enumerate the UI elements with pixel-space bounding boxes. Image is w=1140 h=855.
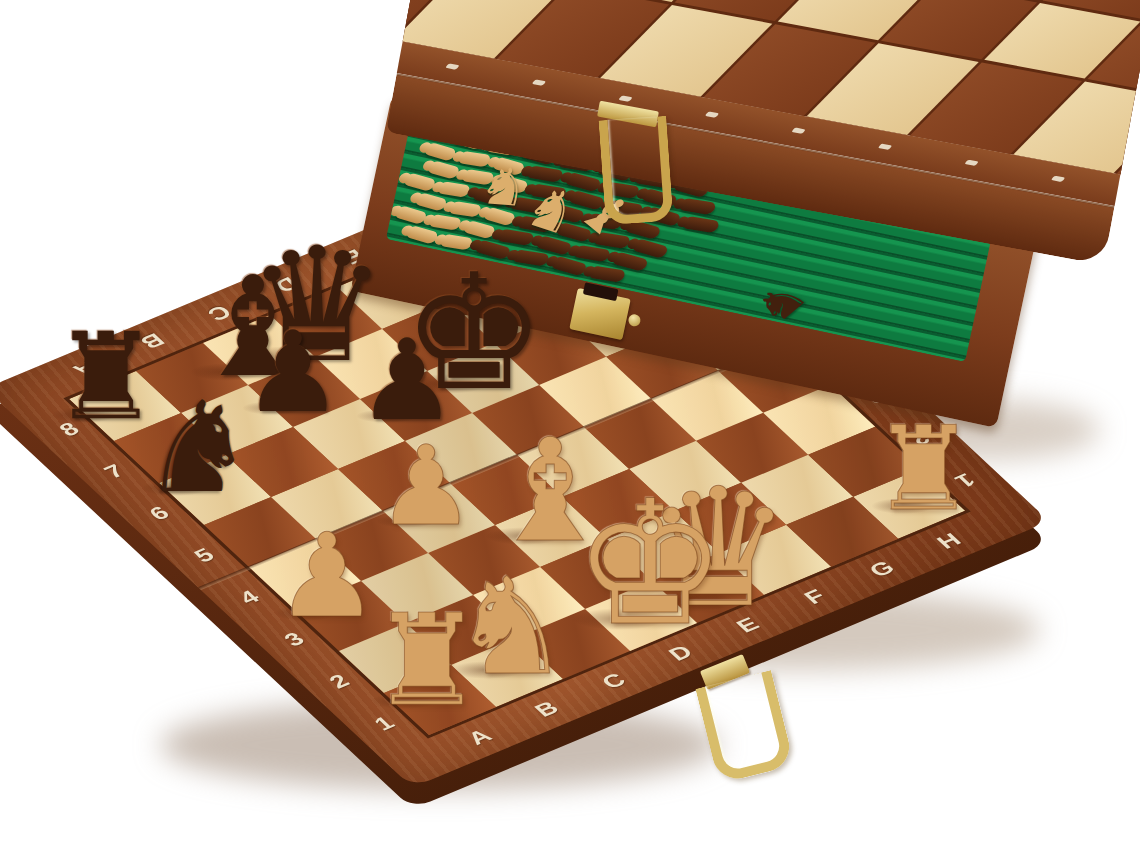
piece-light-rook-a1: ♜ <box>371 598 484 724</box>
piece-light-king-d1: ♚ <box>573 478 727 650</box>
piece-light-pawn-a3: ♟ <box>275 518 379 634</box>
piece-light-pawn-c4: ♟ <box>377 431 476 541</box>
pieces-layer: ♛♝♚♟♜♟♞♜♟♝♛♟♚♞♜ <box>0 0 1140 855</box>
piece-light-rook-h1: ♜ <box>872 411 976 527</box>
piece-dark-pawn-d6: ♟ <box>357 324 457 436</box>
chess-set-product-photo: 12345678ABCDEFGHABCDEFGH12345678 ♞♞♝♞ ♛♝… <box>0 0 1140 855</box>
piece-dark-knight-a6: ♞ <box>142 385 255 511</box>
piece-dark-pawn-c7: ♟ <box>243 316 343 428</box>
